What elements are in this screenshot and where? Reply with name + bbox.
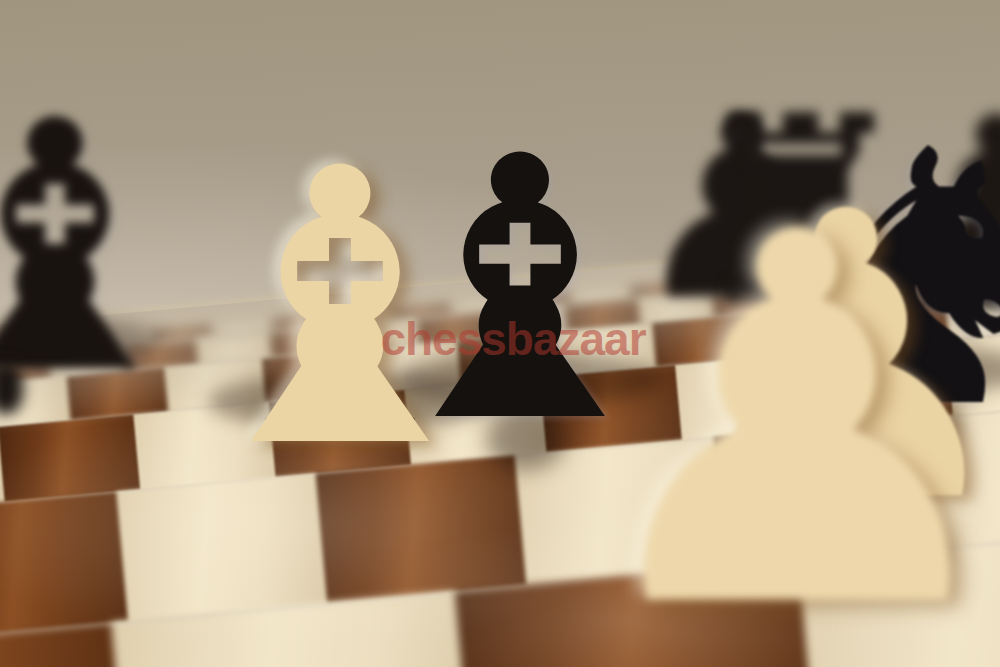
white-pawn-front-piece: ♟ — [568, 168, 1000, 667]
white-bishop-piece: ♝ — [170, 120, 511, 500]
board-square — [0, 492, 128, 640]
chess-photo-stage: ♟♜♟♝♞♝♝♟♟ chessbazaar — [0, 0, 1000, 667]
